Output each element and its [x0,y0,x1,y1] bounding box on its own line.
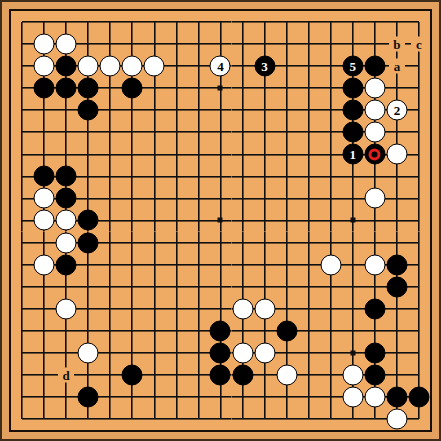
intersection[interactable] [77,209,99,231]
intersection[interactable] [276,209,298,231]
intersection[interactable] [33,254,55,276]
intersection[interactable] [187,408,209,430]
intersection[interactable] [276,364,298,386]
intersection[interactable] [121,320,143,342]
intersection[interactable]: 3 [254,55,276,77]
intersection[interactable] [364,11,386,33]
intersection[interactable] [232,121,254,143]
intersection[interactable] [364,77,386,99]
intersection[interactable] [342,187,364,209]
intersection[interactable] [33,187,55,209]
intersection[interactable] [77,121,99,143]
intersection[interactable] [121,364,143,386]
intersection[interactable] [187,364,209,386]
intersection[interactable] [276,55,298,77]
intersection[interactable] [232,33,254,55]
intersection[interactable] [77,386,99,408]
intersection[interactable] [320,143,342,165]
intersection[interactable] [77,254,99,276]
intersection[interactable] [408,77,430,99]
intersection[interactable] [276,298,298,320]
intersection[interactable] [99,276,121,298]
intersection[interactable] [77,187,99,209]
intersection[interactable] [11,342,33,364]
intersection[interactable] [165,386,187,408]
intersection[interactable] [342,232,364,254]
intersection[interactable] [77,11,99,33]
intersection[interactable] [209,77,231,99]
intersection[interactable] [209,165,231,187]
intersection[interactable] [386,364,408,386]
intersection[interactable] [99,121,121,143]
intersection[interactable] [187,165,209,187]
intersection[interactable] [121,77,143,99]
intersection[interactable] [298,342,320,364]
intersection[interactable] [276,99,298,121]
intersection[interactable] [11,187,33,209]
intersection[interactable] [232,11,254,33]
intersection[interactable] [386,342,408,364]
intersection[interactable] [99,77,121,99]
intersection[interactable] [143,121,165,143]
intersection[interactable] [232,254,254,276]
intersection[interactable] [364,254,386,276]
intersection[interactable] [187,121,209,143]
intersection[interactable] [364,364,386,386]
intersection[interactable] [77,364,99,386]
intersection[interactable] [364,209,386,231]
intersection[interactable] [55,254,77,276]
intersection[interactable] [408,342,430,364]
intersection[interactable] [209,386,231,408]
intersection[interactable] [320,33,342,55]
intersection[interactable] [99,11,121,33]
intersection[interactable] [386,386,408,408]
intersection[interactable] [55,386,77,408]
intersection[interactable] [320,187,342,209]
intersection[interactable] [77,33,99,55]
intersection[interactable] [165,232,187,254]
intersection[interactable] [408,364,430,386]
intersection[interactable] [55,209,77,231]
intersection[interactable] [33,320,55,342]
intersection[interactable] [121,11,143,33]
intersection[interactable] [187,11,209,33]
intersection[interactable] [342,11,364,33]
intersection[interactable] [320,342,342,364]
intersection[interactable] [408,408,430,430]
intersection[interactable] [11,165,33,187]
intersection[interactable] [187,209,209,231]
intersection[interactable] [232,298,254,320]
intersection[interactable] [11,386,33,408]
intersection[interactable] [143,11,165,33]
intersection[interactable] [254,254,276,276]
intersection[interactable] [276,143,298,165]
intersection[interactable] [209,298,231,320]
intersection[interactable] [55,320,77,342]
intersection[interactable] [408,143,430,165]
intersection[interactable] [187,342,209,364]
intersection[interactable] [143,254,165,276]
intersection[interactable] [55,342,77,364]
intersection[interactable] [232,55,254,77]
intersection[interactable] [99,408,121,430]
intersection[interactable] [232,143,254,165]
intersection[interactable] [342,254,364,276]
intersection[interactable] [121,386,143,408]
intersection[interactable] [99,187,121,209]
intersection[interactable] [165,276,187,298]
intersection[interactable] [121,254,143,276]
intersection[interactable] [364,143,386,165]
intersection[interactable] [386,276,408,298]
intersection[interactable] [165,364,187,386]
intersection[interactable] [11,99,33,121]
intersection[interactable] [99,209,121,231]
intersection[interactable] [254,298,276,320]
intersection[interactable] [364,298,386,320]
intersection[interactable] [11,33,33,55]
intersection[interactable] [77,408,99,430]
intersection[interactable] [364,320,386,342]
intersection[interactable] [276,320,298,342]
intersection[interactable] [298,408,320,430]
intersection[interactable] [276,386,298,408]
intersection[interactable] [254,276,276,298]
intersection[interactable] [408,55,430,77]
intersection[interactable] [386,254,408,276]
intersection[interactable] [165,99,187,121]
intersection[interactable] [33,209,55,231]
intersection[interactable] [77,143,99,165]
intersection[interactable] [232,342,254,364]
intersection[interactable] [165,165,187,187]
intersection[interactable] [99,386,121,408]
intersection[interactable] [77,165,99,187]
intersection[interactable] [143,364,165,386]
intersection[interactable] [165,11,187,33]
intersection[interactable] [232,232,254,254]
intersection[interactable] [254,99,276,121]
intersection[interactable] [143,209,165,231]
intersection[interactable] [143,298,165,320]
intersection[interactable] [55,143,77,165]
intersection[interactable] [55,232,77,254]
intersection[interactable] [187,276,209,298]
intersection[interactable] [99,254,121,276]
intersection[interactable] [254,121,276,143]
intersection[interactable] [11,320,33,342]
intersection[interactable] [232,408,254,430]
intersection[interactable] [298,33,320,55]
intersection[interactable] [276,276,298,298]
intersection[interactable] [386,209,408,231]
intersection[interactable] [364,165,386,187]
intersection[interactable] [77,77,99,99]
intersection[interactable] [408,254,430,276]
intersection[interactable] [33,143,55,165]
intersection[interactable] [55,11,77,33]
intersection[interactable] [254,143,276,165]
intersection[interactable] [187,55,209,77]
intersection[interactable] [386,320,408,342]
intersection[interactable] [143,320,165,342]
intersection[interactable] [364,342,386,364]
intersection[interactable] [298,77,320,99]
intersection[interactable] [11,121,33,143]
intersection[interactable] [298,276,320,298]
intersection[interactable] [99,232,121,254]
intersection[interactable] [232,187,254,209]
intersection[interactable] [77,55,99,77]
intersection[interactable] [187,320,209,342]
intersection[interactable] [11,55,33,77]
intersection[interactable] [55,99,77,121]
intersection[interactable] [320,386,342,408]
intersection[interactable] [209,143,231,165]
intersection[interactable] [386,11,408,33]
intersection[interactable] [99,364,121,386]
intersection[interactable] [232,364,254,386]
intersection[interactable] [232,209,254,231]
intersection[interactable] [276,11,298,33]
intersection[interactable] [298,187,320,209]
intersection[interactable] [209,99,231,121]
intersection[interactable] [187,33,209,55]
intersection[interactable] [342,209,364,231]
intersection[interactable] [232,165,254,187]
intersection[interactable] [298,298,320,320]
intersection[interactable] [187,254,209,276]
intersection[interactable] [408,187,430,209]
intersection[interactable] [298,99,320,121]
intersection[interactable] [320,320,342,342]
intersection[interactable] [121,276,143,298]
intersection[interactable] [143,33,165,55]
intersection[interactable] [33,386,55,408]
intersection[interactable]: a [386,55,408,77]
intersection[interactable] [209,11,231,33]
intersection[interactable] [364,33,386,55]
intersection[interactable] [55,298,77,320]
intersection[interactable] [364,408,386,430]
intersection[interactable] [143,187,165,209]
intersection[interactable] [320,364,342,386]
intersection[interactable] [55,408,77,430]
intersection[interactable] [342,408,364,430]
intersection[interactable] [143,165,165,187]
intersection[interactable] [320,121,342,143]
intersection[interactable] [364,121,386,143]
intersection[interactable] [33,276,55,298]
intersection[interactable] [276,342,298,364]
intersection[interactable] [121,187,143,209]
intersection[interactable] [209,121,231,143]
intersection[interactable] [121,408,143,430]
intersection[interactable] [121,33,143,55]
intersection[interactable] [55,165,77,187]
intersection[interactable] [11,408,33,430]
intersection[interactable] [254,232,276,254]
intersection[interactable] [320,254,342,276]
intersection[interactable] [342,165,364,187]
intersection[interactable] [386,77,408,99]
intersection[interactable] [254,165,276,187]
intersection[interactable] [342,276,364,298]
intersection[interactable] [77,232,99,254]
intersection[interactable] [254,320,276,342]
intersection[interactable] [386,121,408,143]
intersection[interactable] [121,143,143,165]
intersection[interactable] [342,298,364,320]
intersection[interactable] [55,33,77,55]
intersection[interactable] [209,408,231,430]
intersection[interactable] [298,386,320,408]
intersection[interactable]: 1 [342,143,364,165]
intersection[interactable] [165,187,187,209]
intersection[interactable] [143,99,165,121]
intersection[interactable] [408,209,430,231]
intersection[interactable] [33,33,55,55]
intersection[interactable] [408,320,430,342]
intersection[interactable] [33,77,55,99]
intersection[interactable] [187,187,209,209]
intersection[interactable] [232,386,254,408]
intersection[interactable] [33,298,55,320]
intersection[interactable] [209,320,231,342]
intersection[interactable] [165,77,187,99]
intersection[interactable] [342,77,364,99]
intersection[interactable] [276,232,298,254]
intersection[interactable] [386,165,408,187]
intersection[interactable] [209,33,231,55]
intersection[interactable] [11,209,33,231]
intersection[interactable]: 2 [386,99,408,121]
intersection[interactable] [298,320,320,342]
intersection[interactable] [143,77,165,99]
intersection[interactable] [320,298,342,320]
intersection[interactable] [298,232,320,254]
intersection[interactable] [11,77,33,99]
intersection[interactable] [209,342,231,364]
intersection[interactable] [33,99,55,121]
intersection[interactable] [187,298,209,320]
intersection[interactable] [209,276,231,298]
intersection[interactable] [143,143,165,165]
intersection[interactable] [11,11,33,33]
intersection[interactable] [320,77,342,99]
intersection[interactable] [165,33,187,55]
intersection[interactable] [232,99,254,121]
intersection[interactable] [364,276,386,298]
intersection[interactable] [364,386,386,408]
intersection[interactable] [121,209,143,231]
intersection[interactable] [209,187,231,209]
intersection[interactable] [165,320,187,342]
intersection[interactable] [386,298,408,320]
intersection[interactable] [33,55,55,77]
intersection[interactable] [209,364,231,386]
intersection[interactable] [254,187,276,209]
intersection[interactable] [298,254,320,276]
intersection[interactable] [254,77,276,99]
intersection[interactable] [11,276,33,298]
intersection[interactable] [165,55,187,77]
intersection[interactable] [298,11,320,33]
intersection[interactable] [143,55,165,77]
intersection[interactable] [165,342,187,364]
intersection[interactable] [386,408,408,430]
intersection[interactable] [298,143,320,165]
intersection[interactable] [342,33,364,55]
intersection[interactable] [99,342,121,364]
intersection[interactable] [143,386,165,408]
intersection[interactable] [165,143,187,165]
intersection[interactable] [320,11,342,33]
intersection[interactable] [99,143,121,165]
intersection[interactable] [11,232,33,254]
intersection[interactable] [408,232,430,254]
intersection[interactable] [342,121,364,143]
intersection[interactable] [364,99,386,121]
intersection[interactable] [320,99,342,121]
intersection[interactable] [408,99,430,121]
intersection[interactable] [187,386,209,408]
intersection[interactable] [254,342,276,364]
intersection[interactable] [298,165,320,187]
intersection[interactable] [276,254,298,276]
intersection[interactable] [232,276,254,298]
intersection[interactable] [33,342,55,364]
intersection[interactable] [342,320,364,342]
intersection[interactable] [187,77,209,99]
intersection[interactable] [408,276,430,298]
intersection[interactable] [33,11,55,33]
intersection[interactable] [298,209,320,231]
intersection[interactable] [276,121,298,143]
intersection[interactable] [320,165,342,187]
intersection[interactable] [121,298,143,320]
intersection[interactable] [364,55,386,77]
intersection[interactable] [143,342,165,364]
intersection[interactable]: b [386,33,408,55]
intersection[interactable] [320,276,342,298]
intersection[interactable]: 5 [342,55,364,77]
intersection[interactable] [276,77,298,99]
intersection[interactable] [276,33,298,55]
intersection[interactable] [33,408,55,430]
intersection[interactable] [276,408,298,430]
intersection[interactable] [386,187,408,209]
intersection[interactable] [121,165,143,187]
intersection[interactable] [209,232,231,254]
intersection[interactable] [408,165,430,187]
intersection[interactable] [77,276,99,298]
intersection[interactable] [77,298,99,320]
intersection[interactable] [55,276,77,298]
intersection[interactable] [187,143,209,165]
intersection[interactable] [408,11,430,33]
intersection[interactable] [11,143,33,165]
intersection[interactable] [320,232,342,254]
intersection[interactable] [99,33,121,55]
intersection[interactable] [320,209,342,231]
intersection[interactable] [276,165,298,187]
intersection[interactable] [55,55,77,77]
intersection[interactable] [232,77,254,99]
intersection[interactable] [165,209,187,231]
